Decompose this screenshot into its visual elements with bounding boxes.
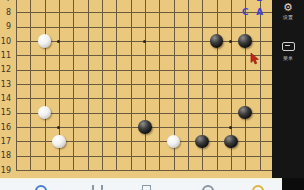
row-label: 15 bbox=[0, 108, 11, 117]
grid-line-horizontal bbox=[16, 156, 275, 157]
black-stone bbox=[224, 135, 238, 149]
row-label: 12 bbox=[0, 65, 11, 74]
grid-line-vertical bbox=[116, 0, 117, 171]
black-stone bbox=[138, 120, 152, 134]
bottom-right-corner bbox=[282, 178, 304, 190]
white-stone bbox=[52, 135, 66, 149]
grid-line-vertical bbox=[131, 0, 132, 171]
refresh-icon[interactable] bbox=[202, 185, 214, 190]
gear-icon: ⚙ bbox=[272, 2, 304, 14]
grid-line-vertical bbox=[88, 0, 89, 171]
grid-line-vertical bbox=[45, 0, 46, 171]
star-point bbox=[229, 40, 232, 43]
row-label: 19 bbox=[0, 166, 11, 175]
black-stone bbox=[195, 135, 209, 149]
grid-line-horizontal bbox=[16, 27, 275, 28]
row-label: 8 bbox=[0, 8, 11, 17]
grid-line-horizontal bbox=[16, 98, 275, 99]
grid-line-horizontal bbox=[16, 12, 275, 13]
grid-line-horizontal bbox=[16, 113, 275, 114]
grid-line-vertical bbox=[30, 0, 31, 171]
grid-line-vertical bbox=[73, 0, 74, 171]
white-stone bbox=[38, 106, 52, 120]
row-label: 16 bbox=[0, 123, 11, 132]
row-label: 18 bbox=[0, 151, 11, 160]
white-stone bbox=[38, 34, 52, 48]
menu-label: 菜单 bbox=[272, 55, 304, 61]
menu-button[interactable]: 菜单 bbox=[272, 36, 304, 61]
black-stone bbox=[238, 34, 252, 48]
grid-line-vertical bbox=[102, 0, 103, 171]
sidebar: ⚙ 设置 菜单 bbox=[272, 0, 304, 178]
pause-icon[interactable] bbox=[92, 185, 103, 190]
settings-button[interactable]: ⚙ 设置 bbox=[272, 2, 304, 20]
row-label: 9 bbox=[0, 22, 11, 31]
grid-line-vertical bbox=[188, 0, 189, 171]
grid-line-vertical bbox=[145, 0, 146, 171]
grid-line-horizontal bbox=[16, 70, 275, 71]
menu-icon bbox=[272, 36, 304, 55]
star-point bbox=[229, 126, 232, 129]
grid-line-vertical bbox=[217, 0, 218, 171]
grid-line-vertical bbox=[16, 0, 17, 171]
coin-icon[interactable] bbox=[252, 185, 264, 190]
grid-line-vertical bbox=[260, 0, 261, 171]
stop-icon[interactable] bbox=[142, 185, 151, 190]
row-label: 11 bbox=[0, 51, 11, 60]
settings-label: 设置 bbox=[272, 14, 304, 20]
grid-line-horizontal bbox=[16, 170, 275, 171]
app-screen: 78910111213141516171819CAB ⚙ 设置 菜单 bbox=[0, 0, 304, 190]
row-label: 14 bbox=[0, 94, 11, 103]
variation-marker-B[interactable]: B bbox=[253, 0, 267, 3]
bottom-toolbar bbox=[0, 178, 282, 190]
variation-marker-A[interactable]: A bbox=[253, 7, 267, 17]
undo-icon[interactable] bbox=[35, 185, 47, 190]
grid-line-horizontal bbox=[16, 84, 275, 85]
white-stone bbox=[167, 135, 181, 149]
grid-line-vertical bbox=[159, 0, 160, 171]
black-stone bbox=[238, 106, 252, 120]
grid-line-horizontal bbox=[16, 55, 275, 56]
row-label: 13 bbox=[0, 80, 11, 89]
row-label: 17 bbox=[0, 137, 11, 146]
row-label: 10 bbox=[0, 37, 11, 46]
grid-line-vertical bbox=[245, 0, 246, 171]
black-stone bbox=[210, 34, 224, 48]
row-label: 7 bbox=[0, 0, 11, 3]
go-board[interactable]: 78910111213141516171819CAB bbox=[0, 0, 272, 178]
mouse-cursor bbox=[250, 53, 260, 65]
variation-marker-C[interactable]: C bbox=[238, 7, 252, 17]
